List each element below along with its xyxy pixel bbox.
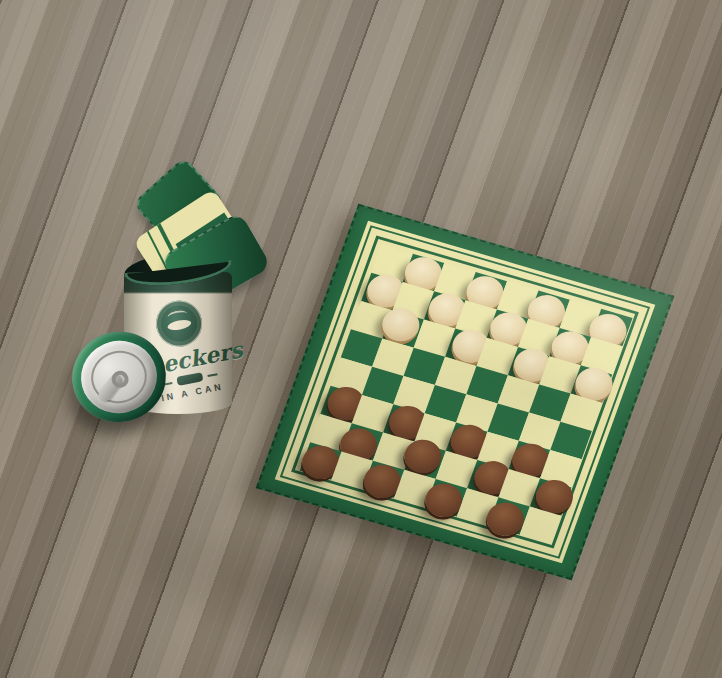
brand-badge-icon xyxy=(152,297,206,351)
lid-silver-top xyxy=(73,333,164,421)
scene: Checkers IN A CAN xyxy=(0,0,722,678)
checkers-board xyxy=(300,245,633,544)
divider-dash-icon xyxy=(207,373,217,377)
